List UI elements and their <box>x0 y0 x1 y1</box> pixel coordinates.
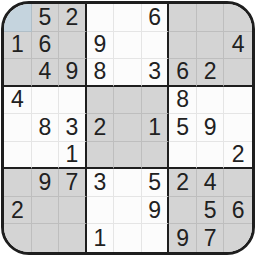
cell-r9c8[interactable]: 7 <box>197 224 225 252</box>
cell-r3c7[interactable]: 6 <box>169 59 197 87</box>
cell-r6c8[interactable] <box>197 142 225 170</box>
cell-r1c9[interactable] <box>224 4 252 32</box>
cell-r2c5[interactable] <box>114 32 142 60</box>
cell-r2c4[interactable]: 9 <box>87 32 115 60</box>
cell-r7c4[interactable]: 3 <box>87 169 115 197</box>
cell-r2c3[interactable] <box>59 32 87 60</box>
cell-r3c9[interactable] <box>224 59 252 87</box>
cell-r2c8[interactable] <box>197 32 225 60</box>
cell-r4c1[interactable]: 4 <box>4 87 32 115</box>
cell-r2c9[interactable]: 4 <box>224 32 252 60</box>
cell-r5c2[interactable]: 8 <box>32 114 60 142</box>
cell-r5c9[interactable] <box>224 114 252 142</box>
cell-r5c8[interactable]: 9 <box>197 114 225 142</box>
cell-r5c7[interactable]: 5 <box>169 114 197 142</box>
cell-r7c3[interactable]: 7 <box>59 169 87 197</box>
cell-r5c6[interactable]: 1 <box>142 114 170 142</box>
cell-r8c7[interactable] <box>169 197 197 225</box>
cell-r8c5[interactable] <box>114 197 142 225</box>
cell-r1c2[interactable]: 5 <box>32 4 60 32</box>
cell-r8c3[interactable] <box>59 197 87 225</box>
cell-r8c4[interactable] <box>87 197 115 225</box>
cell-r2c1[interactable]: 1 <box>4 32 32 60</box>
cell-r7c2[interactable]: 9 <box>32 169 60 197</box>
cell-r9c1[interactable] <box>4 224 32 252</box>
cell-r2c6[interactable] <box>142 32 170 60</box>
cell-r4c8[interactable] <box>197 87 225 115</box>
cell-r9c7[interactable]: 9 <box>169 224 197 252</box>
cell-r5c5[interactable] <box>114 114 142 142</box>
cell-r9c3[interactable] <box>59 224 87 252</box>
cell-r6c2[interactable] <box>32 142 60 170</box>
cell-r6c5[interactable] <box>114 142 142 170</box>
cell-r7c9[interactable] <box>224 169 252 197</box>
cell-r4c4[interactable] <box>87 87 115 115</box>
sudoku-grid: 526169449836248832159129735242956197 <box>4 4 252 252</box>
cell-r7c5[interactable] <box>114 169 142 197</box>
cell-r1c3[interactable]: 2 <box>59 4 87 32</box>
cell-r1c8[interactable] <box>197 4 225 32</box>
cell-r3c8[interactable]: 2 <box>197 59 225 87</box>
cell-r4c6[interactable] <box>142 87 170 115</box>
cell-r4c5[interactable] <box>114 87 142 115</box>
cell-r6c1[interactable] <box>4 142 32 170</box>
cell-r8c8[interactable]: 5 <box>197 197 225 225</box>
cell-r5c4[interactable]: 2 <box>87 114 115 142</box>
cell-r8c6[interactable]: 9 <box>142 197 170 225</box>
sudoku-app: 526169449836248832159129735242956197 <box>0 0 256 256</box>
cell-r1c7[interactable] <box>169 4 197 32</box>
cell-r3c4[interactable]: 8 <box>87 59 115 87</box>
cell-r4c7[interactable]: 8 <box>169 87 197 115</box>
cell-r4c9[interactable] <box>224 87 252 115</box>
sudoku-board: 526169449836248832159129735242956197 <box>1 1 255 255</box>
cell-r6c4[interactable] <box>87 142 115 170</box>
cell-r9c2[interactable] <box>32 224 60 252</box>
cell-r6c9[interactable]: 2 <box>224 142 252 170</box>
cell-r4c2[interactable] <box>32 87 60 115</box>
cell-r1c1[interactable] <box>4 4 32 32</box>
cell-r7c8[interactable]: 4 <box>197 169 225 197</box>
cell-r6c6[interactable] <box>142 142 170 170</box>
cell-r9c9[interactable] <box>224 224 252 252</box>
cell-r9c4[interactable]: 1 <box>87 224 115 252</box>
cell-r9c6[interactable] <box>142 224 170 252</box>
cell-r8c9[interactable]: 6 <box>224 197 252 225</box>
cell-r3c2[interactable]: 4 <box>32 59 60 87</box>
cell-r3c5[interactable] <box>114 59 142 87</box>
cell-r5c1[interactable] <box>4 114 32 142</box>
cell-r2c7[interactable] <box>169 32 197 60</box>
cell-r1c5[interactable] <box>114 4 142 32</box>
cell-r3c6[interactable]: 3 <box>142 59 170 87</box>
cell-r9c5[interactable] <box>114 224 142 252</box>
cell-r7c6[interactable]: 5 <box>142 169 170 197</box>
cell-r6c3[interactable]: 1 <box>59 142 87 170</box>
cell-r8c1[interactable]: 2 <box>4 197 32 225</box>
cell-r6c7[interactable] <box>169 142 197 170</box>
cell-r1c6[interactable]: 6 <box>142 4 170 32</box>
cell-r3c3[interactable]: 9 <box>59 59 87 87</box>
cell-r7c7[interactable]: 2 <box>169 169 197 197</box>
cell-r3c1[interactable] <box>4 59 32 87</box>
cell-r7c1[interactable] <box>4 169 32 197</box>
cell-r8c2[interactable] <box>32 197 60 225</box>
cell-r4c3[interactable] <box>59 87 87 115</box>
cell-r2c2[interactable]: 6 <box>32 32 60 60</box>
cell-r5c3[interactable]: 3 <box>59 114 87 142</box>
cell-r1c4[interactable] <box>87 4 115 32</box>
